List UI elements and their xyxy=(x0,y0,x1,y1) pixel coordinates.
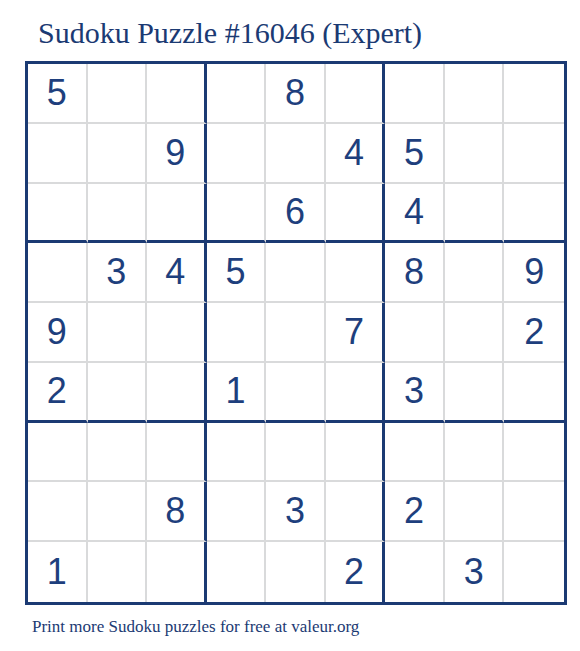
cell-r1c8-empty xyxy=(445,64,505,124)
cell-r7c9-empty xyxy=(504,423,564,483)
cell-r5c7-empty xyxy=(385,303,445,363)
cell-r3c1-empty xyxy=(28,184,88,244)
cell-r6c1-given: 2 xyxy=(28,363,88,423)
cell-r9c7-empty xyxy=(385,542,445,602)
cell-r2c8-empty xyxy=(445,124,505,184)
cell-r8c1-empty xyxy=(28,482,88,542)
cell-r4c5-empty xyxy=(266,243,326,303)
cell-r4c1-empty xyxy=(28,243,88,303)
cell-r9c9-empty xyxy=(504,542,564,602)
cell-r6c4-given: 1 xyxy=(207,363,267,423)
cell-r7c2-empty xyxy=(88,423,148,483)
cell-r5c3-empty xyxy=(147,303,207,363)
cell-r5c1-given: 9 xyxy=(28,303,88,363)
sudoku-page: Sudoku Puzzle #16046 (Expert) 5894564345… xyxy=(0,0,580,651)
cell-r4c9-given: 9 xyxy=(504,243,564,303)
cell-r7c4-empty xyxy=(207,423,267,483)
cell-r8c6-empty xyxy=(326,482,386,542)
cell-r8c8-empty xyxy=(445,482,505,542)
cell-r9c2-empty xyxy=(88,542,148,602)
cell-r2c7-given: 5 xyxy=(385,124,445,184)
cell-r1c6-empty xyxy=(326,64,386,124)
cell-r7c6-empty xyxy=(326,423,386,483)
cell-r4c8-empty xyxy=(445,243,505,303)
cell-r3c6-empty xyxy=(326,184,386,244)
cell-r4c4-given: 5 xyxy=(207,243,267,303)
cell-r8c3-given: 8 xyxy=(147,482,207,542)
cell-r4c7-given: 8 xyxy=(385,243,445,303)
cell-r6c5-empty xyxy=(266,363,326,423)
cell-r7c8-empty xyxy=(445,423,505,483)
cell-r2c2-empty xyxy=(88,124,148,184)
cell-r2c1-empty xyxy=(28,124,88,184)
cell-r5c9-given: 2 xyxy=(504,303,564,363)
cell-r3c5-given: 6 xyxy=(266,184,326,244)
cell-r2c6-given: 4 xyxy=(326,124,386,184)
cell-r1c4-empty xyxy=(207,64,267,124)
cell-r5c8-empty xyxy=(445,303,505,363)
cell-r5c2-empty xyxy=(88,303,148,363)
cell-r7c5-empty xyxy=(266,423,326,483)
cell-r5c4-empty xyxy=(207,303,267,363)
cell-r3c2-empty xyxy=(88,184,148,244)
cell-r9c5-empty xyxy=(266,542,326,602)
cell-r7c3-empty xyxy=(147,423,207,483)
cell-r9c6-given: 2 xyxy=(326,542,386,602)
cell-r6c3-empty xyxy=(147,363,207,423)
cell-r2c5-empty xyxy=(266,124,326,184)
cell-r1c2-empty xyxy=(88,64,148,124)
cell-r7c1-empty xyxy=(28,423,88,483)
cell-r1c1-given: 5 xyxy=(28,64,88,124)
sudoku-board: 589456434589972213832123 xyxy=(25,61,567,605)
cell-r8c2-empty xyxy=(88,482,148,542)
cell-r6c7-given: 3 xyxy=(385,363,445,423)
cell-r6c6-empty xyxy=(326,363,386,423)
cell-r9c8-given: 3 xyxy=(445,542,505,602)
cell-r5c6-given: 7 xyxy=(326,303,386,363)
cell-r3c3-empty xyxy=(147,184,207,244)
cell-r5c5-empty xyxy=(266,303,326,363)
cell-r3c8-empty xyxy=(445,184,505,244)
cell-r9c3-empty xyxy=(147,542,207,602)
cell-r6c2-empty xyxy=(88,363,148,423)
cell-r6c9-empty xyxy=(504,363,564,423)
cell-r4c6-empty xyxy=(326,243,386,303)
cell-r2c3-given: 9 xyxy=(147,124,207,184)
cell-r9c4-empty xyxy=(207,542,267,602)
cell-r6c8-empty xyxy=(445,363,505,423)
cell-r8c5-given: 3 xyxy=(266,482,326,542)
page-title: Sudoku Puzzle #16046 (Expert) xyxy=(38,16,422,50)
cell-r3c9-empty xyxy=(504,184,564,244)
cell-r3c7-given: 4 xyxy=(385,184,445,244)
cell-r2c4-empty xyxy=(207,124,267,184)
footer-text: Print more Sudoku puzzles for free at va… xyxy=(32,617,359,637)
cell-r8c9-empty xyxy=(504,482,564,542)
cell-r9c1-given: 1 xyxy=(28,542,88,602)
cell-r4c2-given: 3 xyxy=(88,243,148,303)
cell-r2c9-empty xyxy=(504,124,564,184)
cell-r3c4-empty xyxy=(207,184,267,244)
cell-r4c3-given: 4 xyxy=(147,243,207,303)
cell-r8c4-empty xyxy=(207,482,267,542)
cell-r8c7-given: 2 xyxy=(385,482,445,542)
cell-r7c7-empty xyxy=(385,423,445,483)
cell-r1c3-empty xyxy=(147,64,207,124)
cell-r1c7-empty xyxy=(385,64,445,124)
cell-r1c9-empty xyxy=(504,64,564,124)
cell-r1c5-given: 8 xyxy=(266,64,326,124)
